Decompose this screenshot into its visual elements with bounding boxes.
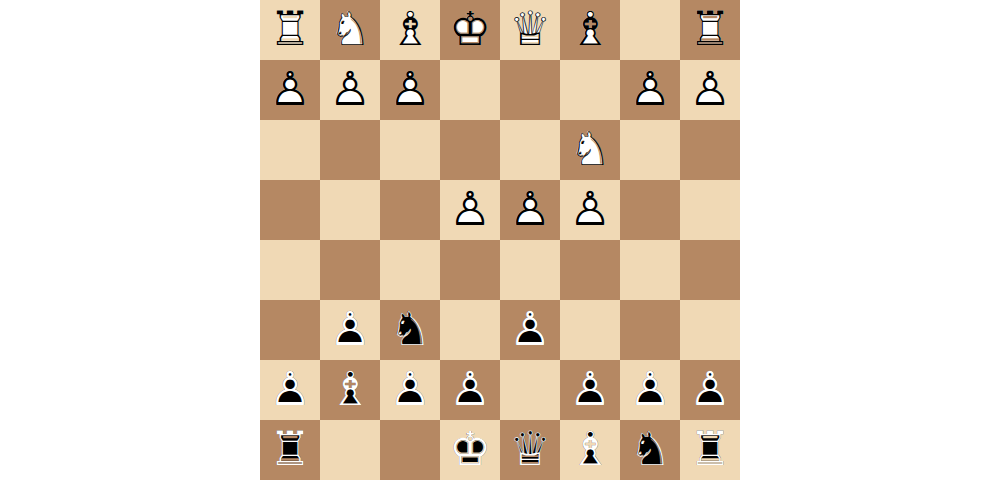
- square-e3[interactable]: [440, 120, 500, 180]
- piece-white-bishop[interactable]: ♝♗: [560, 0, 620, 60]
- piece-outline-glyph: ♘: [620, 420, 680, 480]
- piece-white-pawn[interactable]: ♟♙: [260, 60, 320, 120]
- page-background: ♜♖♞♘♝♗♚♔♛♕♝♗♜♖♟♙♟♙♟♙♟♙♟♙♞♘♟♙♟♙♟♙♟♙♞♘♟♙♟♙…: [0, 0, 1000, 480]
- piece-outline-glyph: ♙: [500, 300, 560, 360]
- piece-black-pawn[interactable]: ♟♙: [560, 360, 620, 420]
- piece-black-pawn[interactable]: ♟♙: [680, 360, 740, 420]
- piece-outline-glyph: ♗: [560, 420, 620, 480]
- piece-white-pawn[interactable]: ♟♙: [620, 60, 680, 120]
- piece-outline-glyph: ♗: [320, 360, 380, 420]
- square-e7[interactable]: ♟♙: [440, 360, 500, 420]
- piece-outline-glyph: ♘: [380, 300, 440, 360]
- chess-board: ♜♖♞♘♝♗♚♔♛♕♝♗♜♖♟♙♟♙♟♙♟♙♟♙♞♘♟♙♟♙♟♙♟♙♞♘♟♙♟♙…: [260, 0, 740, 480]
- piece-outline-glyph: ♖: [680, 420, 740, 480]
- square-g8[interactable]: [320, 420, 380, 480]
- square-h4[interactable]: [260, 180, 320, 240]
- square-a5[interactable]: [680, 240, 740, 300]
- piece-outline-glyph: ♖: [680, 0, 740, 60]
- piece-white-pawn[interactable]: ♟♙: [680, 60, 740, 120]
- piece-black-rook[interactable]: ♜♖: [260, 420, 320, 480]
- square-f4[interactable]: [380, 180, 440, 240]
- piece-outline-glyph: ♕: [500, 420, 560, 480]
- square-a1[interactable]: ♜♖: [680, 0, 740, 60]
- square-a7[interactable]: ♟♙: [680, 360, 740, 420]
- square-d6[interactable]: ♟♙: [500, 300, 560, 360]
- piece-outline-glyph: ♘: [560, 120, 620, 180]
- square-h8[interactable]: ♜♖: [260, 420, 320, 480]
- piece-white-pawn[interactable]: ♟♙: [320, 60, 380, 120]
- piece-white-bishop[interactable]: ♝♗: [380, 0, 440, 60]
- square-f3[interactable]: [380, 120, 440, 180]
- piece-black-pawn[interactable]: ♟♙: [440, 360, 500, 420]
- piece-outline-glyph: ♘: [320, 0, 380, 60]
- piece-black-queen[interactable]: ♛♕: [500, 420, 560, 480]
- piece-white-pawn[interactable]: ♟♙: [440, 180, 500, 240]
- piece-outline-glyph: ♙: [680, 360, 740, 420]
- piece-white-queen[interactable]: ♛♕: [500, 0, 560, 60]
- square-h1[interactable]: ♜♖: [260, 0, 320, 60]
- square-d1[interactable]: ♛♕: [500, 0, 560, 60]
- square-e1[interactable]: ♚♔: [440, 0, 500, 60]
- square-b5[interactable]: [620, 240, 680, 300]
- piece-outline-glyph: ♙: [680, 60, 740, 120]
- piece-outline-glyph: ♙: [560, 360, 620, 420]
- piece-black-bishop[interactable]: ♝♗: [320, 360, 380, 420]
- square-e4[interactable]: ♟♙: [440, 180, 500, 240]
- square-h7[interactable]: ♟♙: [260, 360, 320, 420]
- square-g3[interactable]: [320, 120, 380, 180]
- square-f7[interactable]: ♟♙: [380, 360, 440, 420]
- square-c1[interactable]: ♝♗: [560, 0, 620, 60]
- square-b7[interactable]: ♟♙: [620, 360, 680, 420]
- square-f8[interactable]: [380, 420, 440, 480]
- square-h6[interactable]: [260, 300, 320, 360]
- piece-outline-glyph: ♙: [380, 60, 440, 120]
- piece-black-pawn[interactable]: ♟♙: [260, 360, 320, 420]
- piece-outline-glyph: ♙: [380, 360, 440, 420]
- piece-black-bishop[interactable]: ♝♗: [560, 420, 620, 480]
- piece-outline-glyph: ♙: [440, 360, 500, 420]
- piece-white-rook[interactable]: ♜♖: [680, 0, 740, 60]
- piece-outline-glyph: ♙: [500, 180, 560, 240]
- piece-white-knight[interactable]: ♞♘: [320, 0, 380, 60]
- square-d5[interactable]: [500, 240, 560, 300]
- piece-black-king[interactable]: ♚♔: [440, 420, 500, 480]
- piece-white-pawn[interactable]: ♟♙: [560, 180, 620, 240]
- piece-black-pawn[interactable]: ♟♙: [380, 360, 440, 420]
- square-f2[interactable]: ♟♙: [380, 60, 440, 120]
- square-g5[interactable]: [320, 240, 380, 300]
- piece-outline-glyph: ♔: [440, 0, 500, 60]
- piece-black-pawn[interactable]: ♟♙: [620, 360, 680, 420]
- piece-outline-glyph: ♔: [440, 420, 500, 480]
- square-c3[interactable]: ♞♘: [560, 120, 620, 180]
- square-c6[interactable]: [560, 300, 620, 360]
- square-b3[interactable]: [620, 120, 680, 180]
- square-b8[interactable]: ♞♘: [620, 420, 680, 480]
- square-e2[interactable]: [440, 60, 500, 120]
- piece-black-knight[interactable]: ♞♘: [620, 420, 680, 480]
- square-h5[interactable]: [260, 240, 320, 300]
- piece-outline-glyph: ♕: [500, 0, 560, 60]
- piece-outline-glyph: ♗: [380, 0, 440, 60]
- square-a4[interactable]: [680, 180, 740, 240]
- piece-outline-glyph: ♙: [320, 300, 380, 360]
- square-c4[interactable]: ♟♙: [560, 180, 620, 240]
- square-d7[interactable]: [500, 360, 560, 420]
- square-a8[interactable]: ♜♖: [680, 420, 740, 480]
- square-b4[interactable]: [620, 180, 680, 240]
- square-e6[interactable]: [440, 300, 500, 360]
- square-b2[interactable]: ♟♙: [620, 60, 680, 120]
- square-g2[interactable]: ♟♙: [320, 60, 380, 120]
- piece-outline-glyph: ♖: [260, 420, 320, 480]
- square-f5[interactable]: [380, 240, 440, 300]
- piece-white-rook[interactable]: ♜♖: [260, 0, 320, 60]
- square-g4[interactable]: [320, 180, 380, 240]
- square-d8[interactable]: ♛♕: [500, 420, 560, 480]
- piece-outline-glyph: ♙: [440, 180, 500, 240]
- square-a3[interactable]: [680, 120, 740, 180]
- piece-black-knight[interactable]: ♞♘: [380, 300, 440, 360]
- piece-black-pawn[interactable]: ♟♙: [500, 300, 560, 360]
- square-h3[interactable]: [260, 120, 320, 180]
- square-e8[interactable]: ♚♔: [440, 420, 500, 480]
- piece-outline-glyph: ♙: [260, 60, 320, 120]
- square-f1[interactable]: ♝♗: [380, 0, 440, 60]
- square-h2[interactable]: ♟♙: [260, 60, 320, 120]
- square-a6[interactable]: [680, 300, 740, 360]
- square-g7[interactable]: ♝♗: [320, 360, 380, 420]
- piece-outline-glyph: ♖: [260, 0, 320, 60]
- piece-black-pawn[interactable]: ♟♙: [320, 300, 380, 360]
- square-d3[interactable]: [500, 120, 560, 180]
- piece-black-rook[interactable]: ♜♖: [680, 420, 740, 480]
- piece-outline-glyph: ♙: [560, 180, 620, 240]
- square-e5[interactable]: [440, 240, 500, 300]
- square-c2[interactable]: [560, 60, 620, 120]
- square-c7[interactable]: ♟♙: [560, 360, 620, 420]
- piece-outline-glyph: ♙: [620, 360, 680, 420]
- square-a2[interactable]: ♟♙: [680, 60, 740, 120]
- square-b6[interactable]: [620, 300, 680, 360]
- square-d4[interactable]: ♟♙: [500, 180, 560, 240]
- piece-outline-glyph: ♙: [620, 60, 680, 120]
- square-c5[interactable]: [560, 240, 620, 300]
- square-g1[interactable]: ♞♘: [320, 0, 380, 60]
- square-b1[interactable]: [620, 0, 680, 60]
- piece-white-pawn[interactable]: ♟♙: [380, 60, 440, 120]
- square-f6[interactable]: ♞♘: [380, 300, 440, 360]
- piece-white-king[interactable]: ♚♔: [440, 0, 500, 60]
- square-d2[interactable]: [500, 60, 560, 120]
- square-g6[interactable]: ♟♙: [320, 300, 380, 360]
- square-c8[interactable]: ♝♗: [560, 420, 620, 480]
- piece-outline-glyph: ♙: [260, 360, 320, 420]
- piece-outline-glyph: ♙: [320, 60, 380, 120]
- piece-white-knight[interactable]: ♞♘: [560, 120, 620, 180]
- piece-white-pawn[interactable]: ♟♙: [500, 180, 560, 240]
- piece-outline-glyph: ♗: [560, 0, 620, 60]
